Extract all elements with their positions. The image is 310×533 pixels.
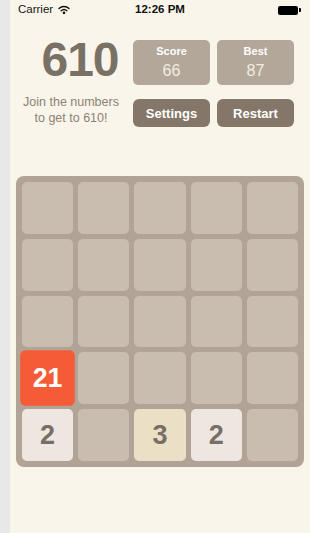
tile-2: 2 bbox=[22, 409, 73, 461]
score-value: 66 bbox=[133, 62, 210, 80]
game-board[interactable]: 21232 bbox=[16, 176, 304, 467]
board-cell bbox=[22, 182, 73, 234]
board-cell bbox=[191, 296, 242, 348]
battery-icon bbox=[278, 6, 301, 15]
board-cell bbox=[78, 182, 129, 234]
subtitle-line-1: Join the numbers bbox=[12, 94, 130, 110]
board-cell bbox=[247, 409, 298, 461]
score-box: Score 66 bbox=[133, 40, 210, 85]
tile-3: 3 bbox=[134, 409, 185, 461]
board-cell bbox=[22, 239, 73, 291]
board-cell bbox=[134, 352, 185, 404]
board-cell bbox=[247, 296, 298, 348]
best-box: Best 87 bbox=[217, 40, 294, 85]
board-cell bbox=[191, 352, 242, 404]
subtitle: Join the numbers to get to 610! bbox=[12, 94, 130, 126]
board-cell bbox=[134, 239, 185, 291]
board-cell bbox=[247, 352, 298, 404]
board-cell bbox=[247, 239, 298, 291]
best-value: 87 bbox=[217, 62, 294, 80]
tile-2: 2 bbox=[191, 409, 242, 461]
subtitle-line-2: to get to 610! bbox=[12, 110, 130, 126]
board-cell bbox=[247, 182, 298, 234]
restart-button[interactable]: Restart bbox=[217, 99, 294, 127]
settings-button[interactable]: Settings bbox=[133, 99, 210, 127]
board-cell bbox=[191, 239, 242, 291]
board-cell bbox=[134, 182, 185, 234]
board-cell bbox=[78, 409, 129, 461]
board-cell bbox=[78, 239, 129, 291]
board-cell bbox=[78, 296, 129, 348]
page-title: 610 bbox=[20, 32, 140, 87]
score-label: Score bbox=[133, 45, 210, 57]
clock: 12:26 PM bbox=[10, 3, 310, 15]
app-screen: Carrier 12:26 PM 610 Score 66 Best 87 Jo… bbox=[10, 0, 310, 533]
tile-21: 21 bbox=[20, 351, 75, 406]
status-bar: Carrier 12:26 PM bbox=[10, 0, 310, 20]
board-cell bbox=[134, 296, 185, 348]
board-cell bbox=[22, 296, 73, 348]
best-label: Best bbox=[217, 45, 294, 57]
board-cell bbox=[78, 352, 129, 404]
board-cell bbox=[191, 182, 242, 234]
